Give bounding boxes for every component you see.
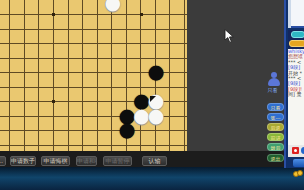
grid-line-v: [9, 0, 10, 151]
bottom-status-strip: [0, 167, 304, 190]
game-toolbar: …申请数子申请悔棋申请和棋申请暂停认输: [0, 151, 285, 167]
blue-emoticon-icon[interactable]: [301, 147, 304, 154]
nav-pill-3[interactable]: 前进: [267, 133, 284, 141]
toolbar-button-3[interactable]: 申请和棋: [76, 156, 97, 166]
grid-line-h: [0, 145, 187, 146]
grid-line-h: [0, 14, 187, 15]
grid-line-v: [169, 0, 170, 151]
grid-line-h: [0, 29, 187, 30]
spectator-avatar-icon: [268, 72, 280, 87]
black-stone-il: ●: [119, 123, 133, 137]
nav-pill-1[interactable]: 第一: [267, 113, 284, 121]
white-stone-jk: ●: [133, 109, 147, 123]
grid-line-v: [68, 0, 69, 151]
toolbar-button-5[interactable]: 认输: [142, 156, 167, 166]
nav-pill-4[interactable]: 最后: [267, 143, 284, 151]
star-point: [52, 13, 55, 16]
grid-line-v: [140, 0, 141, 151]
nav-pill-0[interactable]: 只看: [267, 103, 284, 111]
white-stone-kk: ●: [148, 109, 162, 123]
grid-line-v: [184, 0, 185, 151]
nav-pill-2[interactable]: 后退: [267, 123, 284, 131]
star-point: [52, 100, 55, 103]
grid-line-v: [82, 0, 83, 151]
orange-button[interactable]: [289, 40, 304, 47]
app-window: ●●●●●●●● …申请数子申请悔棋申请和棋申请暂停认输 只看 只看第一后退前进…: [0, 0, 304, 190]
toolbar-button-2[interactable]: 申请悔棋: [41, 156, 70, 166]
teal-button[interactable]: [291, 31, 304, 38]
grid-line-h: [0, 43, 187, 44]
go-board[interactable]: ●●●●●●●●: [0, 0, 187, 151]
right-side-panel: whisky您想谁*** <[9段]开始 **** <[9段][9段]!同] 景: [284, 0, 304, 168]
last-move-marker: [150, 96, 156, 102]
mouse-cursor: [224, 29, 235, 48]
grid-line-h: [0, 87, 187, 88]
grid-line-h: [0, 58, 187, 59]
player-info-box: [288, 0, 304, 28]
chat-line: 同] 景: [288, 92, 304, 97]
grid-line-v: [38, 0, 39, 151]
white-stone-hc: ●: [105, 0, 119, 10]
grid-line-v: [111, 0, 112, 151]
panel-header: [288, 30, 304, 49]
chat-area: whisky您想谁*** <[9段]开始 **** <[9段][9段]!同] 景: [288, 49, 304, 145]
star-point: [140, 13, 143, 16]
grid-line-h: [0, 130, 187, 131]
red-emoticon-icon[interactable]: [292, 147, 299, 154]
spectator-rail: 只看 只看第一后退前进最后退出: [260, 68, 285, 168]
black-stone-kh: ●: [148, 65, 162, 79]
emoticon-row: [288, 145, 304, 157]
toolbar-button-0[interactable]: …: [0, 156, 6, 166]
send-button[interactable]: [293, 159, 304, 167]
coins-icon[interactable]: [293, 170, 303, 178]
grid-line-v: [97, 0, 98, 151]
grid-line-v: [24, 0, 25, 151]
toolbar-button-4[interactable]: 申请暂停: [103, 156, 132, 166]
grid-line-v: [53, 0, 54, 151]
toolbar-button-1[interactable]: 申请数子: [10, 156, 36, 166]
spectator-label: 只看: [260, 87, 285, 93]
nav-pill-5[interactable]: 退出: [267, 154, 284, 162]
